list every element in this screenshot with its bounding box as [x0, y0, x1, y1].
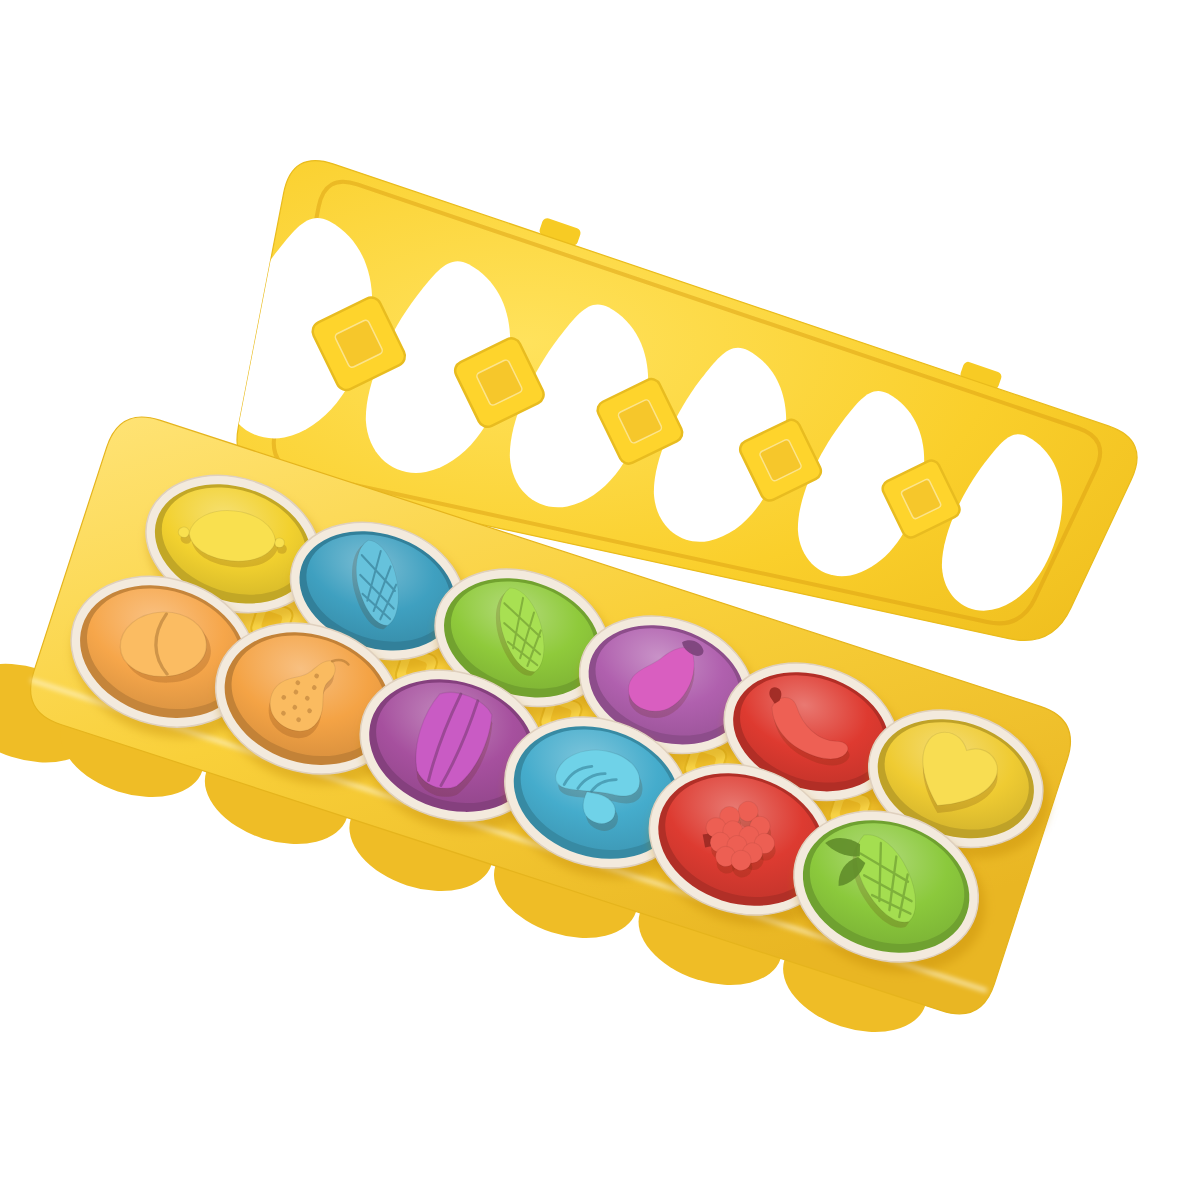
egg-carton-scene: [0, 0, 1200, 1200]
product-photo-egg-carton: [0, 0, 1200, 1200]
